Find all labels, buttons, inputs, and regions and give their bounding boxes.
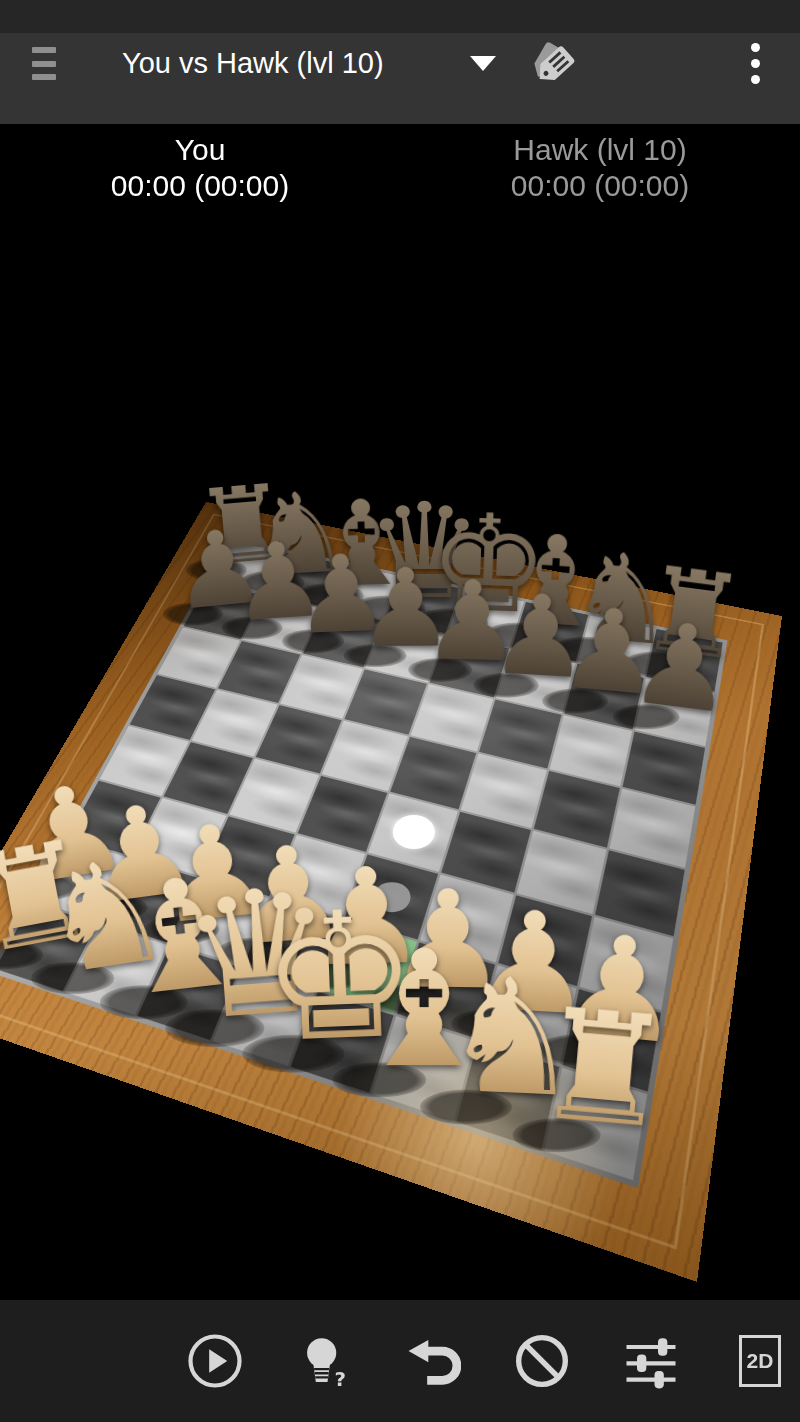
svg-text:?: ? [335,1368,347,1390]
wood-frame [0,502,782,1282]
abort-button[interactable] [514,1333,570,1389]
hint-button[interactable]: ? [296,1333,352,1389]
edit-tags-icon[interactable] [526,36,582,92]
black-player-name: Hawk (lvl 10) [400,132,800,168]
status-bar [0,0,800,33]
white-player-name: You [0,132,400,168]
menu-hamburger-icon[interactable] [32,47,56,80]
undo-arrow-icon [405,1333,461,1389]
view-2d-button[interactable]: 2D [732,1333,788,1389]
app-bar: You vs Hawk (lvl 10) [0,33,800,124]
chess-app-screen: You vs Hawk (lvl 10) You 00:00 (00:00) H… [0,0,800,1422]
bottom-toolbar: ? 2D [0,1300,800,1422]
play-circle-icon [187,1333,243,1389]
title-dropdown-icon[interactable] [470,56,496,71]
tune-sliders-icon [623,1333,679,1389]
white-player-clock: You 00:00 (00:00) [0,124,400,214]
game-title[interactable]: You vs Hawk (lvl 10) [122,47,384,80]
overflow-menu-icon[interactable] [751,43,760,84]
black-player-time: 00:00 (00:00) [511,169,689,202]
lightbulb-question-icon: ? [296,1333,352,1389]
settings-button[interactable] [623,1333,679,1389]
clock-row: You 00:00 (00:00) Hawk (lvl 10) 00:00 (0… [0,124,800,214]
undo-button[interactable] [405,1333,461,1389]
board-grid [0,538,728,1188]
white-player-time: 00:00 (00:00) [111,169,289,202]
2d-badge-icon: 2D [739,1335,781,1387]
black-player-clock: Hawk (lvl 10) 00:00 (00:00) [400,124,800,214]
blocked-circle-icon [514,1333,570,1389]
play-button[interactable] [187,1333,243,1389]
